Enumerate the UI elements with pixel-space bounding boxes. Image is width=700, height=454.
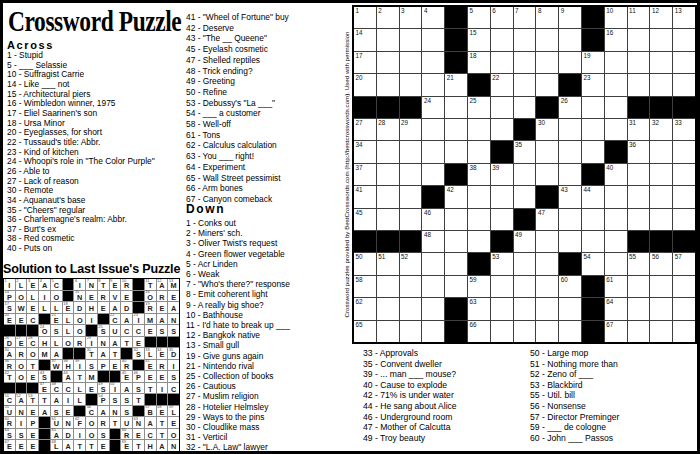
cell-number: 6 — [75, 279, 77, 284]
puzzle-cell-r1c15[interactable]: 13 — [673, 7, 695, 28]
puzzle-cell-r10c3[interactable] — [400, 209, 422, 230]
solution-cell-r10c2 — [16, 383, 27, 394]
cell-number: 53 — [28, 394, 32, 399]
puzzle-cell-r1c4[interactable]: 4 — [422, 7, 444, 28]
puzzle-cell-r3c14[interactable] — [650, 52, 672, 73]
clue-down-59: 59 - ___ de cologne — [530, 422, 619, 433]
puzzle-cell-r8c6[interactable]: 38 — [468, 164, 490, 185]
solution-letter: O — [18, 374, 24, 381]
puzzle-cell-r8c13[interactable] — [628, 164, 650, 185]
puzzle-cell-r14c2[interactable] — [377, 298, 399, 319]
solution-cell-r5c2 — [16, 325, 27, 336]
puzzle-cell-r5c12[interactable] — [605, 97, 627, 118]
puzzle-cell-r8c2[interactable] — [377, 164, 399, 185]
puzzle-cell-r6c4[interactable] — [422, 119, 444, 140]
puzzle-cell-r7c10[interactable] — [559, 141, 581, 162]
solution-letter: A — [159, 282, 164, 289]
solution-cell-r5c14: S — [157, 325, 168, 336]
puzzle-cell-r6c3[interactable]: 29 — [400, 119, 422, 140]
puzzle-cell-r5c6[interactable]: 25 — [468, 97, 490, 118]
puzzle-cell-r14c8[interactable] — [514, 298, 536, 319]
puzzle-cell-r6c10[interactable] — [559, 119, 581, 140]
puzzle-cell-r7c6[interactable] — [468, 141, 490, 162]
puzzle-cell-r14c9[interactable] — [536, 298, 558, 319]
puzzle-cell-r10c2[interactable] — [377, 209, 399, 230]
puzzle-cell-r11c9[interactable] — [536, 231, 558, 252]
solution-cell-r15c3: E — [27, 440, 38, 451]
puzzle-cell-r10c5[interactable] — [445, 209, 467, 230]
puzzle-cell-r13c5[interactable] — [445, 276, 467, 297]
puzzle-cell-r4c15[interactable] — [673, 74, 695, 95]
puzzle-cell-r4c14[interactable] — [650, 74, 672, 95]
puzzle-cell-r13c10[interactable]: 60 — [559, 276, 581, 297]
puzzle-cell-r5c4[interactable]: 24 — [422, 97, 444, 118]
clue-down-44: 44 - He sang about Alice — [363, 401, 457, 412]
puzzle-cell-r13c1[interactable]: 58 — [354, 276, 376, 297]
solution-letter: C — [148, 432, 153, 439]
puzzle-cell-r7c1[interactable]: 34 — [354, 141, 376, 162]
puzzle-cell-r3c11[interactable]: 19 — [582, 52, 604, 73]
crossword-page: Crossword Puzzle Across 1 - Stupid5 - __… — [0, 0, 700, 454]
puzzle-cell-r13c6[interactable]: 59 — [468, 276, 490, 297]
solution-cell-r1c6 — [63, 279, 74, 290]
puzzle-cell-r3c9[interactable] — [536, 52, 558, 73]
puzzle-cell-r11c11[interactable] — [582, 231, 604, 252]
puzzle-cell-r15c13[interactable] — [628, 321, 650, 342]
puzzle-cell-r12c15[interactable]: 57 — [673, 253, 695, 274]
puzzle-cell-r15c14[interactable] — [650, 321, 672, 342]
solution-cell-r7c6 — [63, 348, 74, 359]
solution-cell-r2c5: O — [51, 291, 62, 302]
puzzle-cell-r12c7[interactable]: 53 — [491, 253, 513, 274]
puzzle-cell-r9c14[interactable] — [650, 186, 672, 207]
puzzle-cell-r12c8[interactable] — [514, 253, 536, 274]
solution-cell-r9c2: O — [16, 371, 27, 382]
puzzle-cell-r15c8[interactable] — [514, 321, 536, 342]
cell-number: 62 — [356, 298, 363, 305]
cell-number: 42 — [5, 371, 9, 376]
puzzle-cell-r1c7[interactable]: 6 — [491, 7, 513, 28]
solution-letter: E — [30, 305, 35, 312]
solution-cell-r4c2: E — [16, 314, 27, 325]
puzzle-cell-r7c3[interactable] — [400, 141, 422, 162]
puzzle-cell-r5c7[interactable] — [491, 97, 513, 118]
puzzle-cell-r7c9[interactable] — [536, 141, 558, 162]
solution-cell-r9c3: E — [27, 371, 38, 382]
puzzle-cell-r9c3[interactable] — [400, 186, 422, 207]
puzzle-cell-r8c10[interactable] — [559, 164, 581, 185]
solution-letter: I — [79, 282, 81, 289]
puzzle-cell-r14c4[interactable] — [422, 298, 444, 319]
solution-letter: I — [79, 432, 81, 439]
cell-number: 13 — [169, 279, 173, 284]
puzzle-cell-r4c11[interactable]: 23 — [582, 74, 604, 95]
puzzle-cell-r6c1[interactable]: 27 — [354, 119, 376, 140]
puzzle-cell-r3c15[interactable] — [673, 52, 695, 73]
cell-number: 30 — [538, 119, 545, 126]
clue-down-4: 4 - Green flower vegetable — [186, 249, 290, 259]
puzzle-cell-r10c6[interactable] — [468, 209, 490, 230]
cell-number: 54 — [583, 253, 590, 260]
puzzle-cell-r2c8[interactable] — [514, 29, 536, 50]
puzzle-cell-r15c10[interactable] — [559, 321, 581, 342]
puzzle-cell-r1c2[interactable]: 2 — [377, 7, 399, 28]
clue-down-35: 35 - Convent dweller — [363, 359, 457, 370]
cell-number: 57 — [145, 405, 149, 410]
puzzle-cell-r9c8[interactable] — [514, 186, 536, 207]
puzzle-cell-r15c15[interactable] — [673, 321, 695, 342]
cell-number: 50 — [356, 253, 363, 260]
puzzle-cell-r4c5[interactable]: 21 — [445, 74, 467, 95]
puzzle-cell-r12c2[interactable]: 51 — [377, 253, 399, 274]
solution-letter: E — [148, 363, 153, 370]
puzzle-cell-r15c9[interactable] — [536, 321, 558, 342]
puzzle-cell-r7c13[interactable]: 36 — [628, 141, 650, 162]
puzzle-cell-r12c1[interactable]: 50 — [354, 253, 376, 274]
puzzle-cell-r3c8[interactable] — [514, 52, 536, 73]
puzzle-cell-r3c3[interactable] — [400, 52, 422, 73]
solution-cell-r2c2: O — [16, 291, 27, 302]
puzzle-cell-r1c12[interactable]: 10 — [605, 7, 627, 28]
puzzle-cell-r2c15[interactable] — [673, 29, 695, 50]
solution-letter: E — [124, 374, 129, 381]
puzzle-cell-r15c7[interactable] — [491, 321, 513, 342]
puzzle-cell-r8c3[interactable] — [400, 164, 422, 185]
clue-across-61: 61 - Tons — [186, 130, 289, 141]
puzzle-cell-r2c10[interactable] — [559, 29, 581, 50]
solution-cell-r10c12: S — [133, 383, 144, 394]
puzzle-cell-r2c3[interactable] — [400, 29, 422, 50]
puzzle-cell-r7c5[interactable] — [445, 141, 467, 162]
clue-across-62: 62 - Calculus calculation — [186, 140, 289, 151]
solution-letter: S — [171, 328, 176, 335]
puzzle-cell-r12c11[interactable]: 54 — [582, 253, 604, 274]
puzzle-cell-r5c15 — [673, 97, 695, 118]
puzzle-cell-r12c5[interactable] — [445, 253, 467, 274]
solution-cell-r5c5: S — [51, 325, 62, 336]
puzzle-cell-r1c1[interactable]: 1 — [354, 7, 376, 28]
solution-letter: O — [18, 363, 24, 370]
cell-number: 64 — [606, 298, 613, 305]
puzzle-cell-r5c2 — [377, 97, 399, 118]
solution-cell-r14c9: S — [98, 429, 109, 440]
puzzle-cell-r6c6[interactable] — [468, 119, 490, 140]
puzzle-cell-r10c13[interactable] — [628, 209, 650, 230]
puzzle-cell-r10c1[interactable]: 45 — [354, 209, 376, 230]
puzzle-cell-r9c11[interactable]: 44 — [582, 186, 604, 207]
puzzle-cell-r9c5[interactable]: 42 — [445, 186, 467, 207]
puzzle-cell-r3c7[interactable] — [491, 52, 513, 73]
puzzle-cell-r13c7[interactable] — [491, 276, 513, 297]
solution-cell-r8c5: 37W — [51, 360, 62, 371]
puzzle-cell-r14c12[interactable]: 64 — [605, 298, 627, 319]
solution-letter: E — [113, 282, 118, 289]
puzzle-cell-r14c15[interactable] — [673, 298, 695, 319]
solution-cell-r8c9: P — [98, 360, 109, 371]
solution-letter: I — [67, 397, 69, 404]
puzzle-cell-r4c1[interactable]: 20 — [354, 74, 376, 95]
puzzle-cell-r7c14[interactable] — [650, 141, 672, 162]
cell-number: 41 — [356, 186, 363, 193]
puzzle-cell-r13c13[interactable] — [628, 276, 650, 297]
puzzle-cell-r2c7[interactable] — [491, 29, 513, 50]
solution-letter: M — [147, 317, 153, 324]
puzzle-cell-r5c5[interactable] — [445, 97, 467, 118]
puzzle-cell-r12c3[interactable]: 52 — [400, 253, 422, 274]
solution-letter: E — [159, 409, 164, 416]
puzzle-cell-r9c13[interactable] — [628, 186, 650, 207]
solution-cell-r6c14 — [157, 337, 168, 348]
puzzle-cell-r1c9[interactable]: 8 — [536, 7, 558, 28]
solution-cell-r6c10: A — [110, 337, 121, 348]
solution-letter: T — [148, 386, 152, 393]
puzzle-cell-r3c2[interactable] — [377, 52, 399, 73]
clue-down-53: 53 - Blackbird — [530, 380, 619, 391]
puzzle-cell-r7c12 — [605, 141, 627, 162]
puzzle-cell-r9c2[interactable] — [377, 186, 399, 207]
puzzle-cell-r13c12[interactable]: 61 — [605, 276, 627, 297]
puzzle-cell-r2c4[interactable] — [422, 29, 444, 50]
puzzle-cell-r12c13[interactable]: 55 — [628, 253, 650, 274]
puzzle-cell-r4c3[interactable] — [400, 74, 422, 95]
solution-letter: R — [77, 340, 82, 347]
puzzle-cell-r14c14[interactable] — [650, 298, 672, 319]
puzzle-cell-r1c10[interactable]: 9 — [559, 7, 581, 28]
puzzle-cell-r2c2[interactable] — [377, 29, 399, 50]
puzzle-cell-r14c10[interactable] — [559, 298, 581, 319]
puzzle-cell-r15c12[interactable]: 67 — [605, 321, 627, 342]
puzzle-cell-r1c13[interactable]: 11 — [628, 7, 650, 28]
puzzle-cell-r3c6[interactable]: 18 — [468, 52, 490, 73]
puzzle-cell-r15c3[interactable] — [400, 321, 422, 342]
puzzle-cell-r15c1[interactable]: 65 — [354, 321, 376, 342]
puzzle-cell-r5c10[interactable]: 26 — [559, 97, 581, 118]
puzzle-cell-r8c11 — [582, 164, 604, 185]
puzzle-cell-r9c12[interactable] — [605, 186, 627, 207]
solution-letter: D — [124, 305, 129, 312]
solution-letter: S — [42, 374, 47, 381]
puzzle-cell-r15c6[interactable]: 66 — [468, 321, 490, 342]
puzzle-cell-r15c4[interactable] — [422, 321, 444, 342]
puzzle-cell-r5c11[interactable] — [582, 97, 604, 118]
cell-number: 49 — [98, 382, 102, 387]
puzzle-cell-r3c12[interactable] — [605, 52, 627, 73]
cell-number: 13 — [675, 7, 682, 14]
puzzle-cell-r12c12[interactable] — [605, 253, 627, 274]
clue-across-50: 50 - Refine — [186, 87, 289, 98]
puzzle-cell-r8c7[interactable]: 39 — [491, 164, 513, 185]
puzzle-cell-r14c1[interactable]: 62 — [354, 298, 376, 319]
puzzle-cell-r8c15[interactable] — [673, 164, 695, 185]
puzzle-cell-r10c4[interactable]: 46 — [422, 209, 444, 230]
solution-letter: S — [19, 432, 24, 439]
puzzle-cell-r3c1[interactable]: 17 — [354, 52, 376, 73]
cell-number: 62 — [75, 417, 79, 422]
puzzle-cell-r10c11[interactable] — [582, 209, 604, 230]
puzzle-cell-r4c12[interactable] — [605, 74, 627, 95]
solution-cell-r5c10: U — [110, 325, 121, 336]
puzzle-cell-r14c13[interactable] — [628, 298, 650, 319]
puzzle-cell-r6c2[interactable]: 28 — [377, 119, 399, 140]
solution-letter: P — [101, 397, 106, 404]
solution-letter: H — [42, 340, 47, 347]
solution-letter: L — [54, 443, 58, 450]
puzzle-cell-r4c13[interactable] — [628, 74, 650, 95]
solution-cell-r2c13: 16O — [145, 291, 156, 302]
puzzle-cell-r10c9[interactable]: 47 — [536, 209, 558, 230]
puzzle-cell-r6c15[interactable]: 33 — [673, 119, 695, 140]
puzzle-cell-r6c13[interactable]: 31 — [628, 119, 650, 140]
puzzle-cell-r14c6[interactable]: 63 — [468, 298, 490, 319]
puzzle-cell-r9c1[interactable]: 41 — [354, 186, 376, 207]
puzzle-cell-r10c12[interactable] — [605, 209, 627, 230]
puzzle-cell-r4c9[interactable] — [536, 74, 558, 95]
puzzle-cell-r8c12[interactable]: 40 — [605, 164, 627, 185]
puzzle-cell-r3c10[interactable] — [559, 52, 581, 73]
solution-cell-r6c15 — [168, 337, 179, 348]
solution-letter: I — [44, 294, 46, 301]
puzzle-cell-r12c4[interactable] — [422, 253, 444, 274]
solution-cell-r9c14: E — [157, 371, 168, 382]
puzzle-cell-r13c9[interactable] — [536, 276, 558, 297]
puzzle-cell-r6c14[interactable]: 32 — [650, 119, 672, 140]
puzzle-cell-r12c14[interactable]: 56 — [650, 253, 672, 274]
solution-cell-r13c12: 63N — [133, 417, 144, 428]
puzzle-cell-r7c2[interactable] — [377, 141, 399, 162]
puzzle-cell-r13c3[interactable] — [400, 276, 422, 297]
puzzle-cell-r4c7[interactable]: 22 — [491, 74, 513, 95]
solution-letter: T — [89, 351, 93, 358]
puzzle-cell-r14c3[interactable] — [400, 298, 422, 319]
puzzle-cell-r4c2[interactable] — [377, 74, 399, 95]
clue-across-47: 47 - Shelled reptiles — [186, 55, 289, 66]
puzzle-cell-r10c14[interactable] — [650, 209, 672, 230]
puzzle-cell-r7c11[interactable] — [582, 141, 604, 162]
cell-number: 55 — [5, 405, 9, 410]
solution-letter: I — [173, 363, 175, 370]
cell-number: 24 — [424, 97, 431, 104]
puzzle-cell-r7c8[interactable]: 35 — [514, 141, 536, 162]
cell-number: 25 — [98, 325, 102, 330]
puzzle-cell-r4c8[interactable] — [514, 74, 536, 95]
solution-cell-r15c11: 69E — [121, 440, 132, 451]
cell-number: 7 — [87, 279, 89, 284]
puzzle-cell-r1c3[interactable]: 3 — [400, 7, 422, 28]
solution-cell-r5c15: S — [168, 325, 179, 336]
puzzle-cell-r10c15[interactable] — [673, 209, 695, 230]
puzzle-cell-r2c13[interactable] — [628, 29, 650, 50]
puzzle-cell-r7c15[interactable] — [673, 141, 695, 162]
puzzle-cell-r4c4[interactable] — [422, 74, 444, 95]
puzzle-cell-r14c5 — [445, 298, 467, 319]
puzzle-cell-r13c2[interactable] — [377, 276, 399, 297]
puzzle-cell-r9c7[interactable] — [491, 186, 513, 207]
cell-number: 61 — [606, 276, 613, 283]
solution-letter: E — [19, 340, 24, 347]
puzzle-cell-r5c8[interactable] — [514, 97, 536, 118]
puzzle-cell-r1c8[interactable]: 7 — [514, 7, 536, 28]
puzzle-cell-r2c6[interactable]: 15 — [468, 29, 490, 50]
puzzle-cell-r8c1[interactable]: 37 — [354, 164, 376, 185]
puzzle-cell-r3c4[interactable] — [422, 52, 444, 73]
cell-number: 31 — [629, 119, 636, 126]
puzzle-cell-r9c6[interactable] — [468, 186, 490, 207]
solution-cell-r6c1: 26D — [4, 337, 15, 348]
cell-number: 65 — [356, 321, 363, 328]
puzzle-cell-r15c2[interactable] — [377, 321, 399, 342]
puzzle-cell-r8c4[interactable] — [422, 164, 444, 185]
puzzle-cell-r1c14[interactable]: 12 — [650, 7, 672, 28]
solution-cell-r4c13: M — [145, 314, 156, 325]
solution-letter: C — [54, 386, 59, 393]
solution-cell-r12c7 — [74, 406, 85, 417]
puzzle-cell-r13c14[interactable] — [650, 276, 672, 297]
solution-cell-r11c9: 54P — [98, 394, 109, 405]
solution-cell-r12c1: 55U — [4, 406, 15, 417]
puzzle-cell-r8c14[interactable] — [650, 164, 672, 185]
solution-letter: T — [124, 340, 128, 347]
solution-letter: C — [112, 317, 117, 324]
puzzle-cell-r6c5[interactable] — [445, 119, 467, 140]
puzzle-cell-r13c8[interactable] — [514, 276, 536, 297]
puzzle-cell-r13c15[interactable] — [673, 276, 695, 297]
puzzle-cell-r6c11[interactable] — [582, 119, 604, 140]
puzzle-cell-r10c7[interactable] — [491, 209, 513, 230]
puzzle-cell-r2c1[interactable]: 14 — [354, 29, 376, 50]
puzzle-cell-r11c10[interactable] — [559, 231, 581, 252]
puzzle-cell-r8c9[interactable] — [536, 164, 558, 185]
puzzle-cell-r11c5[interactable] — [445, 231, 467, 252]
puzzle-cell-r11c4[interactable]: 48 — [422, 231, 444, 252]
cell-number: 9 — [110, 279, 112, 284]
cell-number: 56 — [87, 405, 91, 410]
puzzle-cell-r2c12[interactable]: 16 — [605, 29, 627, 50]
solution-letter: E — [159, 374, 164, 381]
cell-number: 3 — [401, 7, 405, 14]
puzzle-cell-r2c14[interactable] — [650, 29, 672, 50]
puzzle-cell-r13c4[interactable] — [422, 276, 444, 297]
puzzle-cell-r8c8[interactable] — [514, 164, 536, 185]
puzzle-cell-r6c12[interactable] — [605, 119, 627, 140]
puzzle-cell-r11c8[interactable]: 49 — [514, 231, 536, 252]
puzzle-cell-r6c9[interactable]: 30 — [536, 119, 558, 140]
solution-letter: L — [54, 340, 58, 347]
solution-letter: E — [159, 351, 164, 358]
puzzle-cell-r2c9[interactable] — [536, 29, 558, 50]
puzzle-cell-r9c10[interactable]: 43 — [559, 186, 581, 207]
puzzle-cell-r11c12[interactable] — [605, 231, 627, 252]
solution-cell-r7c13: 33L — [145, 348, 156, 359]
puzzle-cell-r14c7[interactable] — [491, 298, 513, 319]
puzzle-cell-r11c6[interactable] — [468, 231, 490, 252]
puzzle-cell-r9c9 — [536, 186, 558, 207]
puzzle-cell-r10c10[interactable] — [559, 209, 581, 230]
solution-cell-r14c7: I — [74, 429, 85, 440]
solution-cell-r11c12: T — [133, 394, 144, 405]
solution-cell-r8c4 — [39, 360, 50, 371]
clue-down-47: 47 - Mother of Calcutta — [363, 422, 457, 433]
solution-cell-r7c7 — [74, 348, 85, 359]
solution-letter: C — [171, 386, 176, 393]
puzzle-cell-r1c6[interactable]: 5 — [468, 7, 490, 28]
puzzle-cell-r6c7[interactable] — [491, 119, 513, 140]
solution-letter: M — [171, 282, 177, 289]
solution-letter: S — [159, 328, 164, 335]
puzzle-cell-r3c13[interactable] — [628, 52, 650, 73]
puzzle-cell-r9c15[interactable] — [673, 186, 695, 207]
puzzle-cell-r7c4[interactable] — [422, 141, 444, 162]
puzzle-cell-r12c9[interactable] — [536, 253, 558, 274]
